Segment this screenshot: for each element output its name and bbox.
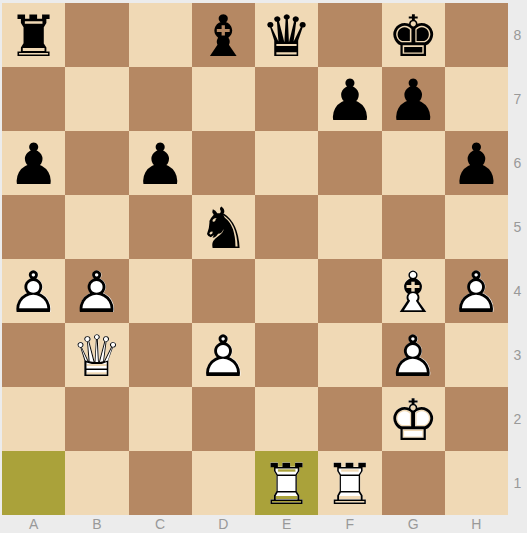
- square-b7[interactable]: [65, 67, 128, 131]
- black-bishop[interactable]: ♝: [192, 3, 255, 67]
- square-h4[interactable]: ♟♙: [445, 259, 508, 323]
- square-b3[interactable]: ♛♕: [65, 323, 128, 387]
- square-d7[interactable]: [192, 67, 255, 131]
- square-h7[interactable]: [445, 67, 508, 131]
- square-h6[interactable]: ♟: [445, 131, 508, 195]
- black-knight[interactable]: ♞: [192, 195, 255, 259]
- file-label-a: A: [2, 515, 65, 533]
- rank-label-4: 4: [508, 259, 527, 323]
- white-rook[interactable]: ♜♖: [318, 451, 381, 515]
- square-g6[interactable]: [382, 131, 445, 195]
- square-a8[interactable]: ♜: [2, 3, 65, 67]
- square-e7[interactable]: [255, 67, 318, 131]
- square-a3[interactable]: [2, 323, 65, 387]
- white-pawn[interactable]: ♟♙: [445, 259, 508, 323]
- square-a5[interactable]: [2, 195, 65, 259]
- square-c6[interactable]: ♟: [129, 131, 192, 195]
- square-d6[interactable]: [192, 131, 255, 195]
- file-label-h: H: [445, 515, 508, 533]
- square-b6[interactable]: [65, 131, 128, 195]
- black-pawn[interactable]: ♟: [445, 131, 508, 195]
- square-a7[interactable]: [2, 67, 65, 131]
- white-bishop[interactable]: ♝♗: [382, 259, 445, 323]
- square-d3[interactable]: ♟♙: [192, 323, 255, 387]
- file-labels: ABCDEFGH: [2, 515, 508, 533]
- square-d2[interactable]: [192, 387, 255, 451]
- white-rook[interactable]: ♜♖: [255, 451, 318, 515]
- square-c1[interactable]: [129, 451, 192, 515]
- square-f2[interactable]: [318, 387, 381, 451]
- square-c5[interactable]: [129, 195, 192, 259]
- square-e5[interactable]: [255, 195, 318, 259]
- square-h5[interactable]: [445, 195, 508, 259]
- white-queen[interactable]: ♛♕: [65, 323, 128, 387]
- square-e8[interactable]: ♛: [255, 3, 318, 67]
- black-pawn[interactable]: ♟: [318, 67, 381, 131]
- file-label-d: D: [192, 515, 255, 533]
- rank-labels: 87654321: [508, 3, 527, 515]
- file-label-f: F: [318, 515, 381, 533]
- square-h8[interactable]: [445, 3, 508, 67]
- square-a4[interactable]: ♟♙: [2, 259, 65, 323]
- square-b5[interactable]: [65, 195, 128, 259]
- square-c3[interactable]: [129, 323, 192, 387]
- square-e6[interactable]: [255, 131, 318, 195]
- black-pawn[interactable]: ♟: [129, 131, 192, 195]
- square-b1[interactable]: [65, 451, 128, 515]
- square-g5[interactable]: [382, 195, 445, 259]
- file-label-c: C: [129, 515, 192, 533]
- rank-label-6: 6: [508, 131, 527, 195]
- white-pawn[interactable]: ♟♙: [382, 323, 445, 387]
- white-pawn[interactable]: ♟♙: [65, 259, 128, 323]
- square-c4[interactable]: [129, 259, 192, 323]
- rank-label-8: 8: [508, 3, 527, 67]
- square-e2[interactable]: [255, 387, 318, 451]
- square-h1[interactable]: [445, 451, 508, 515]
- file-label-g: G: [382, 515, 445, 533]
- square-f5[interactable]: [318, 195, 381, 259]
- square-a2[interactable]: [2, 387, 65, 451]
- square-d5[interactable]: ♞: [192, 195, 255, 259]
- rank-label-2: 2: [508, 387, 527, 451]
- file-label-e: E: [255, 515, 318, 533]
- square-b4[interactable]: ♟♙: [65, 259, 128, 323]
- square-h2[interactable]: [445, 387, 508, 451]
- square-e3[interactable]: [255, 323, 318, 387]
- chess-board: ♜♝♛♚♟♟♟♟♟♞♟♙♟♙♝♗♟♙♛♕♟♙♟♙♚♔♜♖♜♖: [2, 3, 508, 515]
- square-b8[interactable]: [65, 3, 128, 67]
- square-g1[interactable]: [382, 451, 445, 515]
- black-pawn[interactable]: ♟: [382, 67, 445, 131]
- square-g4[interactable]: ♝♗: [382, 259, 445, 323]
- black-pawn[interactable]: ♟: [2, 131, 65, 195]
- square-c2[interactable]: [129, 387, 192, 451]
- rank-label-1: 1: [508, 451, 527, 515]
- white-pawn[interactable]: ♟♙: [192, 323, 255, 387]
- rank-label-5: 5: [508, 195, 527, 259]
- rank-label-7: 7: [508, 67, 527, 131]
- square-d1[interactable]: [192, 451, 255, 515]
- square-f7[interactable]: ♟: [318, 67, 381, 131]
- black-king[interactable]: ♚: [382, 3, 445, 67]
- square-a6[interactable]: ♟: [2, 131, 65, 195]
- white-pawn[interactable]: ♟♙: [2, 259, 65, 323]
- square-g2[interactable]: ♚♔: [382, 387, 445, 451]
- rank-label-3: 3: [508, 323, 527, 387]
- square-f4[interactable]: [318, 259, 381, 323]
- square-d8[interactable]: ♝: [192, 3, 255, 67]
- square-h3[interactable]: [445, 323, 508, 387]
- square-d4[interactable]: [192, 259, 255, 323]
- white-king[interactable]: ♚♔: [382, 387, 445, 451]
- file-label-b: B: [65, 515, 128, 533]
- black-queen[interactable]: ♛: [255, 3, 318, 67]
- square-f8[interactable]: [318, 3, 381, 67]
- square-c7[interactable]: [129, 67, 192, 131]
- square-c8[interactable]: [129, 3, 192, 67]
- square-e4[interactable]: [255, 259, 318, 323]
- square-g3[interactable]: ♟♙: [382, 323, 445, 387]
- square-f3[interactable]: [318, 323, 381, 387]
- black-rook[interactable]: ♜: [2, 3, 65, 67]
- square-b2[interactable]: [65, 387, 128, 451]
- square-f1[interactable]: ♜♖: [318, 451, 381, 515]
- square-e1[interactable]: ♜♖: [255, 451, 318, 515]
- square-a1[interactable]: [2, 451, 65, 515]
- square-f6[interactable]: [318, 131, 381, 195]
- square-g8[interactable]: ♚: [382, 3, 445, 67]
- square-g7[interactable]: ♟: [382, 67, 445, 131]
